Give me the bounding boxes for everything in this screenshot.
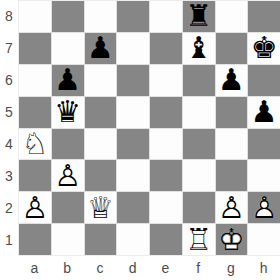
rank-label-3: 3 <box>0 160 18 192</box>
rank-label-6: 6 <box>0 64 18 96</box>
square-e4[interactable] <box>150 129 182 160</box>
square-a8[interactable] <box>19 1 51 32</box>
square-c8[interactable] <box>85 1 117 32</box>
square-c7[interactable]: ♟ <box>85 33 117 64</box>
square-g6[interactable]: ♟ <box>216 65 248 96</box>
square-c6[interactable] <box>85 65 117 96</box>
square-d1[interactable] <box>117 224 149 255</box>
square-c1[interactable] <box>85 224 117 255</box>
square-a2[interactable]: ♟♙ <box>19 192 51 223</box>
square-e2[interactable] <box>150 192 182 223</box>
square-g8[interactable] <box>216 1 248 32</box>
square-b6[interactable]: ♟ <box>52 65 84 96</box>
square-d6[interactable] <box>117 65 149 96</box>
file-label-d: d <box>116 256 149 280</box>
square-d4[interactable] <box>117 129 149 160</box>
square-h4[interactable] <box>248 129 280 160</box>
square-f8[interactable]: ♜ <box>183 1 215 32</box>
square-g5[interactable] <box>216 97 248 128</box>
square-h6[interactable] <box>248 65 280 96</box>
square-a6[interactable] <box>19 65 51 96</box>
square-h7[interactable]: ♚ <box>248 33 280 64</box>
square-c4[interactable] <box>85 129 117 160</box>
file-label-e: e <box>149 256 182 280</box>
white-pawn[interactable]: ♟♙ <box>248 192 280 223</box>
square-b5[interactable]: ♛ <box>52 97 84 128</box>
rank-label-8: 8 <box>0 0 18 32</box>
square-d2[interactable] <box>117 192 149 223</box>
square-a5[interactable] <box>19 97 51 128</box>
square-g1[interactable]: ♚♔ <box>216 224 248 255</box>
square-c5[interactable] <box>85 97 117 128</box>
square-e1[interactable] <box>150 224 182 255</box>
white-pawn[interactable]: ♟♙ <box>52 160 84 191</box>
file-label-c: c <box>84 256 117 280</box>
black-rook[interactable]: ♜ <box>183 1 215 32</box>
black-pawn[interactable]: ♟ <box>248 97 280 128</box>
black-pawn[interactable]: ♟ <box>85 33 117 64</box>
square-d3[interactable] <box>117 160 149 191</box>
square-c3[interactable] <box>85 160 117 191</box>
square-a7[interactable] <box>19 33 51 64</box>
rank-label-7: 7 <box>0 32 18 64</box>
square-h2[interactable]: ♟♙ <box>248 192 280 223</box>
square-g2[interactable]: ♟♙ <box>216 192 248 223</box>
rank-label-1: 1 <box>0 224 18 256</box>
chess-board: ♜♟♝♚♟♟♛♟♞♘♟♙♟♙♛♕♟♙♟♙♜♖♚♔ <box>18 0 280 256</box>
square-e3[interactable] <box>150 160 182 191</box>
file-labels: a b c d e f g h <box>18 256 280 280</box>
black-bishop[interactable]: ♝ <box>183 33 215 64</box>
black-pawn[interactable]: ♟ <box>216 65 248 96</box>
white-pawn[interactable]: ♟♙ <box>19 192 51 223</box>
black-queen[interactable]: ♛ <box>52 97 84 128</box>
square-a3[interactable] <box>19 160 51 191</box>
square-b3[interactable]: ♟♙ <box>52 160 84 191</box>
file-label-h: h <box>247 256 280 280</box>
square-g4[interactable] <box>216 129 248 160</box>
chess-diagram: 8 7 6 5 4 3 2 1 ♜♟♝♚♟♟♛♟♞♘♟♙♟♙♛♕♟♙♟♙♜♖♚♔… <box>0 0 280 280</box>
rank-labels: 8 7 6 5 4 3 2 1 <box>0 0 18 256</box>
file-label-g: g <box>215 256 248 280</box>
square-f1[interactable]: ♜♖ <box>183 224 215 255</box>
square-b8[interactable] <box>52 1 84 32</box>
square-d8[interactable] <box>117 1 149 32</box>
square-g3[interactable] <box>216 160 248 191</box>
square-f7[interactable]: ♝ <box>183 33 215 64</box>
square-d7[interactable] <box>117 33 149 64</box>
square-f2[interactable] <box>183 192 215 223</box>
square-d5[interactable] <box>117 97 149 128</box>
square-f5[interactable] <box>183 97 215 128</box>
square-f4[interactable] <box>183 129 215 160</box>
square-e6[interactable] <box>150 65 182 96</box>
square-a4[interactable]: ♞♘ <box>19 129 51 160</box>
file-label-f: f <box>182 256 215 280</box>
rank-label-4: 4 <box>0 128 18 160</box>
square-b7[interactable] <box>52 33 84 64</box>
rank-label-5: 5 <box>0 96 18 128</box>
black-pawn[interactable]: ♟ <box>52 65 84 96</box>
square-e5[interactable] <box>150 97 182 128</box>
white-knight[interactable]: ♞♘ <box>19 129 51 160</box>
square-b4[interactable] <box>52 129 84 160</box>
square-h3[interactable] <box>248 160 280 191</box>
square-h8[interactable] <box>248 1 280 32</box>
file-label-b: b <box>51 256 84 280</box>
square-g7[interactable] <box>216 33 248 64</box>
white-king[interactable]: ♚♔ <box>216 224 248 255</box>
square-b2[interactable] <box>52 192 84 223</box>
square-e7[interactable] <box>150 33 182 64</box>
square-c2[interactable]: ♛♕ <box>85 192 117 223</box>
square-b1[interactable] <box>52 224 84 255</box>
square-h1[interactable] <box>248 224 280 255</box>
white-rook[interactable]: ♜♖ <box>183 224 215 255</box>
square-h5[interactable]: ♟ <box>248 97 280 128</box>
square-f6[interactable] <box>183 65 215 96</box>
white-pawn[interactable]: ♟♙ <box>216 192 248 223</box>
square-e8[interactable] <box>150 1 182 32</box>
white-queen[interactable]: ♛♕ <box>85 192 117 223</box>
black-king[interactable]: ♚ <box>248 33 280 64</box>
square-f3[interactable] <box>183 160 215 191</box>
square-a1[interactable] <box>19 224 51 255</box>
file-label-a: a <box>18 256 51 280</box>
rank-label-2: 2 <box>0 192 18 224</box>
